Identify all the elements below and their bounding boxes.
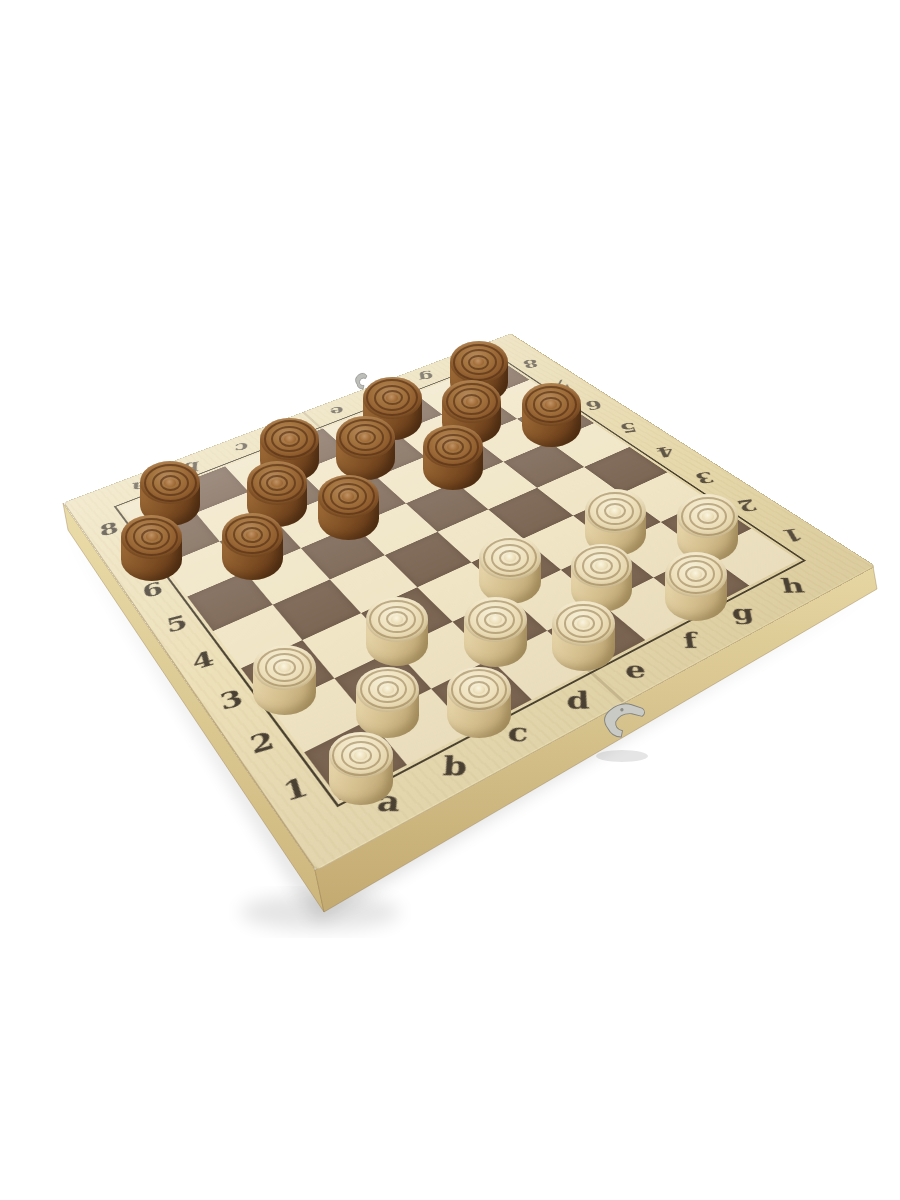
piece-top-face — [329, 732, 393, 778]
light-checker-e3[interactable] — [479, 536, 541, 604]
piece-top-face — [464, 597, 527, 642]
piece-center-dome — [391, 615, 403, 624]
piece-top-face — [522, 383, 581, 426]
light-checker-c1[interactable] — [447, 667, 511, 739]
piece-top-face — [552, 601, 615, 646]
piece-top-face — [363, 377, 422, 419]
piece-center-dome — [284, 435, 296, 444]
clasp-shadow — [596, 750, 648, 762]
piece-top-face — [356, 667, 419, 713]
piece-top-face — [479, 536, 541, 580]
piece-top-face — [336, 416, 396, 459]
light-checker-e1[interactable] — [552, 601, 615, 671]
piece-center-dome — [386, 394, 398, 402]
dark-checker-a7[interactable] — [121, 515, 182, 581]
metal-clasp-icon — [600, 696, 650, 741]
dark-checker-d6[interactable] — [318, 475, 378, 541]
piece-center-dome — [359, 433, 371, 442]
hardware-layer — [0, 0, 900, 1200]
light-checker-a3[interactable] — [253, 645, 316, 715]
piece-center-dome — [354, 751, 367, 760]
piece-top-face — [585, 489, 646, 533]
piece-top-face — [571, 544, 633, 589]
dark-checker-h6[interactable] — [522, 383, 581, 447]
piece-center-dome — [545, 400, 557, 409]
piece-top-face — [366, 597, 428, 642]
piece-top-face — [222, 513, 283, 557]
piece-center-dome — [382, 685, 395, 694]
piece-top-face — [247, 461, 307, 504]
piece-center-dome — [609, 507, 621, 516]
piece-top-face — [318, 475, 378, 518]
piece-center-dome — [702, 512, 714, 521]
light-checker-d2[interactable] — [464, 597, 527, 667]
dark-checker-b6[interactable] — [222, 513, 283, 580]
piece-center-dome — [466, 397, 478, 406]
piece-center-dome — [278, 663, 291, 672]
dark-checker-f6[interactable] — [423, 425, 483, 490]
light-checker-c3[interactable] — [366, 597, 428, 666]
light-checker-a1[interactable] — [329, 732, 393, 805]
piece-top-face — [253, 645, 316, 690]
light-checker-b2[interactable] — [356, 667, 419, 738]
light-checker-g1[interactable] — [665, 552, 727, 621]
piece-top-face — [442, 380, 501, 423]
piece-top-face — [121, 515, 182, 559]
piece-top-face — [665, 552, 727, 597]
piece-center-dome — [690, 570, 702, 579]
piece-top-face — [450, 341, 508, 383]
piece-top-face — [447, 667, 511, 713]
piece-center-dome — [342, 492, 354, 501]
piece-center-dome — [146, 532, 158, 541]
piece-center-dome — [577, 619, 590, 628]
dark-checker-e7[interactable] — [336, 416, 396, 480]
product-photo-stage: aabbccddeeffgghh1122334455667788 — [0, 0, 900, 1200]
